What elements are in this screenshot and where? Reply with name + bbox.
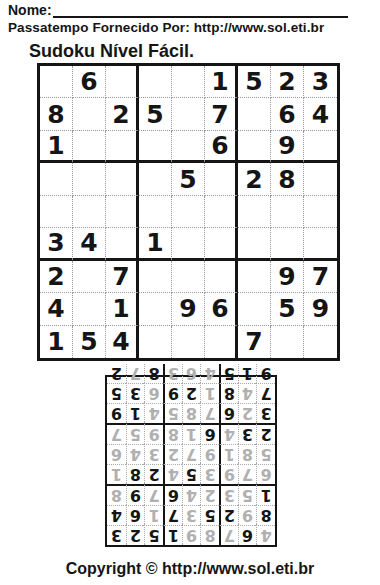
puzzle-cell-r8c9[interactable]: 9 (304, 293, 337, 325)
puzzle-cell-r7c1[interactable]: 2 (40, 261, 73, 293)
puzzle-cell-r1c7[interactable]: 5 (238, 66, 271, 98)
puzzle-cell-r4c7[interactable]: 2 (238, 163, 271, 195)
solution-cell-r1c3: 7 (219, 525, 238, 545)
puzzle-cell-r2c5[interactable] (172, 98, 205, 130)
solution-cell-r5c1: 5 (256, 444, 275, 464)
puzzle-cell-r2c7[interactable] (238, 98, 271, 130)
puzzle-cell-r6c2[interactable]: 4 (73, 228, 106, 260)
puzzle-cell-r9c5[interactable] (172, 326, 205, 358)
puzzle-cell-r5c9[interactable] (304, 196, 337, 228)
solution-cell-r7c3: 6 (219, 403, 238, 423)
puzzle-cell-r2c9[interactable]: 4 (304, 98, 337, 130)
puzzle-cell-r1c5[interactable] (172, 66, 205, 98)
solution-cell-r2c7: 1 (144, 505, 163, 525)
puzzle-cell-r3c1[interactable]: 1 (40, 131, 73, 163)
solution-cell-r2c5: 3 (182, 505, 201, 525)
solution-cell-r9c2: 1 (238, 364, 257, 383)
puzzle-cell-r8c6[interactable]: 6 (205, 293, 238, 325)
solution-cell-r3c8: 9 (126, 484, 145, 505)
solution-cell-r2c8: 6 (126, 505, 145, 525)
puzzle-cell-r6c9[interactable] (304, 228, 337, 260)
solution-cell-r8c7: 6 (144, 383, 163, 403)
solution-cell-r1c2: 6 (238, 525, 257, 545)
solution-cell-r7c8: 1 (126, 403, 145, 423)
solution-cell-r1c8: 2 (126, 525, 145, 545)
puzzle-cell-r8c5[interactable]: 9 (172, 293, 205, 325)
puzzle-cell-r5c4[interactable] (139, 196, 172, 228)
puzzle-cell-r9c2[interactable]: 5 (73, 326, 106, 358)
solution-cell-r3c9: 8 (107, 484, 126, 505)
solution-cell-r9c3: 5 (219, 364, 238, 383)
solution-cell-r5c4: 9 (200, 444, 219, 464)
puzzle-cell-r1c2[interactable]: 6 (73, 66, 106, 98)
puzzle-cell-r6c8[interactable] (271, 228, 304, 260)
solution-cell-r5c5: 7 (182, 444, 201, 464)
puzzle-cell-r7c5[interactable] (172, 261, 205, 293)
solution-cell-r9c8: 7 (126, 364, 145, 383)
puzzle-grid: 6152382576416952834127974196591547 (37, 63, 340, 361)
puzzle-cell-r2c6[interactable]: 7 (205, 98, 238, 130)
puzzle-cell-r4c8[interactable]: 8 (271, 163, 304, 195)
puzzle-cell-r8c3[interactable]: 1 (106, 293, 139, 325)
solution-cell-r7c5: 8 (182, 403, 201, 423)
solution-cell-r9c6: 3 (163, 364, 182, 383)
solution-cell-r1c5: 9 (182, 525, 201, 545)
puzzle-cell-r6c7[interactable] (238, 228, 271, 260)
solution-cell-r3c3: 3 (219, 484, 238, 505)
puzzle-cell-r9c9[interactable] (304, 326, 337, 358)
puzzle-cell-r5c3[interactable] (106, 196, 139, 228)
solution-cell-r4c2: 7 (238, 464, 257, 484)
solution-cell-r9c5: 6 (182, 364, 201, 383)
solution-cell-r4c6: 4 (163, 464, 182, 484)
solution-cell-r5c8: 4 (126, 444, 145, 464)
name-label: Nome: (8, 2, 52, 18)
provider-line: Passatempo Fornecido Por: http://www.sol… (8, 20, 324, 35)
puzzle-cell-r6c5[interactable] (172, 228, 205, 260)
solution-cell-r3c4: 2 (200, 484, 219, 505)
solution-cell-r6c1: 2 (256, 423, 275, 444)
puzzle-cell-r3c3[interactable] (106, 131, 139, 163)
solution-cell-r4c1: 6 (256, 464, 275, 484)
solution-cell-r8c8: 3 (126, 383, 145, 403)
solution-cell-r5c9: 6 (107, 444, 126, 464)
solution-cell-r7c2: 2 (238, 403, 257, 423)
puzzle-cell-r8c2[interactable] (73, 293, 106, 325)
solution-cell-r4c8: 8 (126, 464, 145, 484)
solution-cell-r1c7: 5 (144, 525, 163, 545)
puzzle-cell-r5c6[interactable] (205, 196, 238, 228)
solution-cell-r6c8: 5 (126, 423, 145, 444)
solution-cell-r8c4: 1 (200, 383, 219, 403)
puzzle-cell-r4c9[interactable] (304, 163, 337, 195)
solution-cell-r2c1: 8 (256, 505, 275, 525)
puzzle-cell-r6c4[interactable]: 1 (139, 228, 172, 260)
puzzle-cell-r3c4[interactable] (139, 131, 172, 163)
copyright-text: Copyright © http://www.sol.eti.br (0, 560, 380, 578)
puzzle-cell-r9c1[interactable]: 1 (40, 326, 73, 358)
solution-cell-r3c6: 6 (163, 484, 182, 505)
puzzle-cell-r1c9[interactable]: 3 (304, 66, 337, 98)
solution-cell-r2c9: 4 (107, 505, 126, 525)
puzzle-cell-r6c6[interactable] (205, 228, 238, 260)
solution-cell-r9c4: 4 (200, 364, 219, 383)
solution-cell-r2c6: 7 (163, 505, 182, 525)
solution-cell-r5c2: 8 (238, 444, 257, 464)
puzzle-cell-r9c7[interactable]: 7 (238, 326, 271, 358)
solution-cell-r4c3: 9 (219, 464, 238, 484)
puzzle-cell-r7c7[interactable] (238, 261, 271, 293)
solution-cell-r6c3: 4 (219, 423, 238, 444)
puzzle-cell-r4c1[interactable] (40, 163, 73, 195)
puzzle-cell-r2c8[interactable]: 6 (271, 98, 304, 130)
puzzle-cell-r1c4[interactable] (139, 66, 172, 98)
puzzle-cell-r9c8[interactable] (271, 326, 304, 358)
solution-cell-r1c9: 3 (107, 525, 126, 545)
solution-cell-r3c1: 1 (256, 484, 275, 505)
puzzle-cell-r7c8[interactable]: 9 (271, 261, 304, 293)
page-title: Sudoku Nível Fácil. (29, 41, 194, 62)
solution-cell-r7c9: 9 (107, 403, 126, 423)
puzzle-cell-r4c4[interactable] (139, 163, 172, 195)
solution-cell-r9c1: 9 (256, 364, 275, 383)
solution-cell-r3c7: 7 (144, 484, 163, 505)
puzzle-cell-r3c5[interactable] (172, 131, 205, 163)
solution-cell-r9c7: 8 (144, 364, 163, 383)
puzzle-cell-r9c4[interactable] (139, 326, 172, 358)
puzzle-cell-r5c1[interactable] (40, 196, 73, 228)
puzzle-cell-r2c3[interactable]: 2 (106, 98, 139, 130)
solution-cell-r3c5: 4 (182, 484, 201, 505)
puzzle-cell-r4c3[interactable] (106, 163, 139, 195)
solution-cell-r6c2: 3 (238, 423, 257, 444)
solution-cell-r2c4: 5 (200, 505, 219, 525)
puzzle-cell-r1c3[interactable] (106, 66, 139, 98)
puzzle-cell-r5c5[interactable] (172, 196, 205, 228)
solution-cell-r8c1: 7 (256, 383, 275, 403)
puzzle-cell-r8c1[interactable]: 4 (40, 293, 73, 325)
solution-cell-r7c1: 3 (256, 403, 275, 423)
solution-cell-r1c6: 1 (163, 525, 182, 545)
solution-cell-r4c7: 2 (144, 464, 163, 484)
puzzle-cell-r7c4[interactable] (139, 261, 172, 293)
solution-cell-r5c7: 3 (144, 444, 163, 464)
puzzle-cell-r3c2[interactable] (73, 131, 106, 163)
puzzle-cell-r9c3[interactable]: 4 (106, 326, 139, 358)
solution-cell-r7c7: 4 (144, 403, 163, 423)
puzzle-cell-r9c6[interactable] (205, 326, 238, 358)
solution-cell-r3c2: 5 (238, 484, 257, 505)
solution-cell-r4c9: 1 (107, 464, 126, 484)
solution-cell-r8c2: 4 (238, 383, 257, 403)
puzzle-cell-r1c6[interactable]: 1 (205, 66, 238, 98)
name-blank-line (53, 4, 348, 18)
puzzle-cell-r2c1[interactable]: 8 (40, 98, 73, 130)
solution-cell-r8c5: 2 (182, 383, 201, 403)
puzzle-cell-r5c2[interactable] (73, 196, 106, 228)
puzzle-cell-r2c2[interactable] (73, 98, 106, 130)
puzzle-cell-r6c1[interactable]: 3 (40, 228, 73, 260)
puzzle-cell-r8c7[interactable] (238, 293, 271, 325)
puzzle-cell-r4c2[interactable] (73, 163, 106, 195)
solution-cell-r6c7: 9 (144, 423, 163, 444)
solution-cell-r4c5: 5 (182, 464, 201, 484)
solution-cell-r5c3: 1 (219, 444, 238, 464)
solution-cell-r8c3: 8 (219, 383, 238, 403)
puzzle-cell-r4c5[interactable]: 5 (172, 163, 205, 195)
solution-cell-r7c4: 7 (200, 403, 219, 423)
puzzle-cell-r3c6[interactable]: 6 (205, 131, 238, 163)
puzzle-cell-r5c7[interactable] (238, 196, 271, 228)
puzzle-cell-r5c8[interactable] (271, 196, 304, 228)
solution-cell-r1c1: 4 (256, 525, 275, 545)
puzzle-cell-r6c3[interactable] (106, 228, 139, 260)
solution-cell-r2c3: 2 (219, 505, 238, 525)
solution-cell-r6c6: 8 (163, 423, 182, 444)
puzzle-cell-r1c8[interactable]: 2 (271, 66, 304, 98)
solution-cell-r8c9: 5 (107, 383, 126, 403)
puzzle-cell-r3c9[interactable] (304, 131, 337, 163)
puzzle-cell-r7c9[interactable]: 7 (304, 261, 337, 293)
solution-cell-r8c6: 9 (163, 383, 182, 403)
puzzle-cell-r1c1[interactable] (40, 66, 73, 98)
puzzle-cell-r7c6[interactable] (205, 261, 238, 293)
solution-cell-r6c4: 6 (200, 423, 219, 444)
puzzle-cell-r8c8[interactable]: 5 (271, 293, 304, 325)
solution-cell-r9c9: 2 (107, 364, 126, 383)
puzzle-cell-r4c6[interactable] (205, 163, 238, 195)
solution-grid: 4678915238925371641532467986793542815819… (105, 375, 277, 547)
puzzle-cell-r8c4[interactable] (139, 293, 172, 325)
puzzle-cell-r3c8[interactable]: 9 (271, 131, 304, 163)
solution-cell-r6c5: 1 (182, 423, 201, 444)
puzzle-cell-r7c3[interactable]: 7 (106, 261, 139, 293)
solution-cell-r4c4: 3 (200, 464, 219, 484)
solution-cell-r6c9: 7 (107, 423, 126, 444)
puzzle-cell-r3c7[interactable] (238, 131, 271, 163)
solution-cell-r7c6: 5 (163, 403, 182, 423)
solution-cell-r1c4: 8 (200, 525, 219, 545)
solution-cell-r2c2: 9 (238, 505, 257, 525)
name-row: Nome: (8, 2, 348, 18)
puzzle-cell-r2c4[interactable]: 5 (139, 98, 172, 130)
solution-cell-r5c6: 2 (163, 444, 182, 464)
puzzle-cell-r7c2[interactable] (73, 261, 106, 293)
